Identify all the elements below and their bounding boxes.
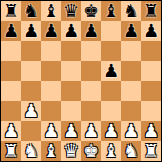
square-d7[interactable]: ♟ (61, 21, 81, 41)
piece-white-bishop[interactable]: ♝ (103, 141, 119, 161)
square-h4[interactable] (141, 81, 161, 101)
square-d3[interactable] (61, 101, 81, 121)
square-f3[interactable] (101, 101, 121, 121)
square-c6[interactable] (41, 41, 61, 61)
square-e1[interactable]: ♚ (81, 141, 101, 161)
piece-black-pawn[interactable]: ♟ (143, 21, 159, 41)
square-d2[interactable]: ♟ (61, 121, 81, 141)
piece-white-pawn[interactable]: ♟ (83, 121, 99, 141)
square-h5[interactable] (141, 61, 161, 81)
square-b3[interactable]: ♟ (21, 101, 41, 121)
piece-black-pawn[interactable]: ♟ (83, 21, 99, 41)
piece-black-pawn[interactable]: ♟ (23, 21, 39, 41)
square-c5[interactable] (41, 61, 61, 81)
square-e3[interactable] (81, 101, 101, 121)
square-f1[interactable]: ♝ (101, 141, 121, 161)
piece-white-pawn[interactable]: ♟ (63, 121, 79, 141)
square-e6[interactable] (81, 41, 101, 61)
square-c1[interactable]: ♝ (41, 141, 61, 161)
square-a4[interactable] (1, 81, 21, 101)
square-d6[interactable] (61, 41, 81, 61)
piece-black-pawn[interactable]: ♟ (43, 21, 59, 41)
piece-black-knight[interactable]: ♞ (123, 1, 139, 21)
piece-black-pawn[interactable]: ♟ (3, 21, 19, 41)
square-h6[interactable] (141, 41, 161, 61)
square-a5[interactable] (1, 61, 21, 81)
piece-white-knight[interactable]: ♞ (123, 141, 139, 161)
piece-white-pawn[interactable]: ♟ (23, 101, 39, 121)
square-e5[interactable] (81, 61, 101, 81)
piece-black-king[interactable]: ♚ (83, 1, 99, 21)
piece-black-pawn[interactable]: ♟ (63, 21, 79, 41)
square-e2[interactable]: ♟ (81, 121, 101, 141)
square-g8[interactable]: ♞ (121, 1, 141, 21)
piece-white-queen[interactable]: ♛ (63, 141, 79, 161)
square-f4[interactable] (101, 81, 121, 101)
square-d4[interactable] (61, 81, 81, 101)
piece-black-rook[interactable]: ♜ (3, 1, 19, 21)
square-g5[interactable] (121, 61, 141, 81)
piece-black-pawn[interactable]: ♟ (123, 21, 139, 41)
square-h3[interactable] (141, 101, 161, 121)
piece-white-pawn[interactable]: ♟ (3, 121, 19, 141)
square-c2[interactable]: ♟ (41, 121, 61, 141)
square-b1[interactable]: ♞ (21, 141, 41, 161)
square-f6[interactable] (101, 41, 121, 61)
piece-black-bishop[interactable]: ♝ (103, 1, 119, 21)
piece-white-pawn[interactable]: ♟ (143, 121, 159, 141)
piece-black-queen[interactable]: ♛ (63, 1, 79, 21)
square-h7[interactable]: ♟ (141, 21, 161, 41)
square-a3[interactable] (1, 101, 21, 121)
square-g4[interactable] (121, 81, 141, 101)
piece-white-knight[interactable]: ♞ (23, 141, 39, 161)
square-c4[interactable] (41, 81, 61, 101)
square-b5[interactable] (21, 61, 41, 81)
square-c3[interactable] (41, 101, 61, 121)
square-g3[interactable] (121, 101, 141, 121)
square-b4[interactable] (21, 81, 41, 101)
square-h1[interactable]: ♜ (141, 141, 161, 161)
square-h2[interactable]: ♟ (141, 121, 161, 141)
square-b2[interactable] (21, 121, 41, 141)
square-d5[interactable] (61, 61, 81, 81)
square-g7[interactable]: ♟ (121, 21, 141, 41)
piece-black-pawn[interactable]: ♟ (103, 61, 119, 81)
piece-white-pawn[interactable]: ♟ (43, 121, 59, 141)
square-d8[interactable]: ♛ (61, 1, 81, 21)
square-d1[interactable]: ♛ (61, 141, 81, 161)
piece-black-rook[interactable]: ♜ (143, 1, 159, 21)
piece-white-rook[interactable]: ♜ (3, 141, 19, 161)
square-b8[interactable]: ♞ (21, 1, 41, 21)
square-g1[interactable]: ♞ (121, 141, 141, 161)
square-e7[interactable]: ♟ (81, 21, 101, 41)
piece-white-rook[interactable]: ♜ (143, 141, 159, 161)
square-g6[interactable] (121, 41, 141, 61)
square-c7[interactable]: ♟ (41, 21, 61, 41)
piece-white-king[interactable]: ♚ (83, 141, 99, 161)
square-e4[interactable] (81, 81, 101, 101)
square-b7[interactable]: ♟ (21, 21, 41, 41)
square-a8[interactable]: ♜ (1, 1, 21, 21)
square-f5[interactable]: ♟ (101, 61, 121, 81)
square-e8[interactable]: ♚ (81, 1, 101, 21)
square-h8[interactable]: ♜ (141, 1, 161, 21)
square-a6[interactable] (1, 41, 21, 61)
square-b6[interactable] (21, 41, 41, 61)
square-g2[interactable]: ♟ (121, 121, 141, 141)
square-f2[interactable]: ♟ (101, 121, 121, 141)
piece-white-pawn[interactable]: ♟ (103, 121, 119, 141)
piece-black-bishop[interactable]: ♝ (43, 1, 59, 21)
square-a1[interactable]: ♜ (1, 141, 21, 161)
square-c8[interactable]: ♝ (41, 1, 61, 21)
square-f7[interactable] (101, 21, 121, 41)
piece-white-pawn[interactable]: ♟ (123, 121, 139, 141)
chess-board: ♜♞♝♛♚♝♞♜♟♟♟♟♟♟♟♟♟♟♟♟♟♟♟♟♜♞♝♛♚♝♞♜ (0, 0, 162, 162)
square-a2[interactable]: ♟ (1, 121, 21, 141)
square-a7[interactable]: ♟ (1, 21, 21, 41)
piece-black-knight[interactable]: ♞ (23, 1, 39, 21)
piece-white-bishop[interactable]: ♝ (43, 141, 59, 161)
square-f8[interactable]: ♝ (101, 1, 121, 21)
